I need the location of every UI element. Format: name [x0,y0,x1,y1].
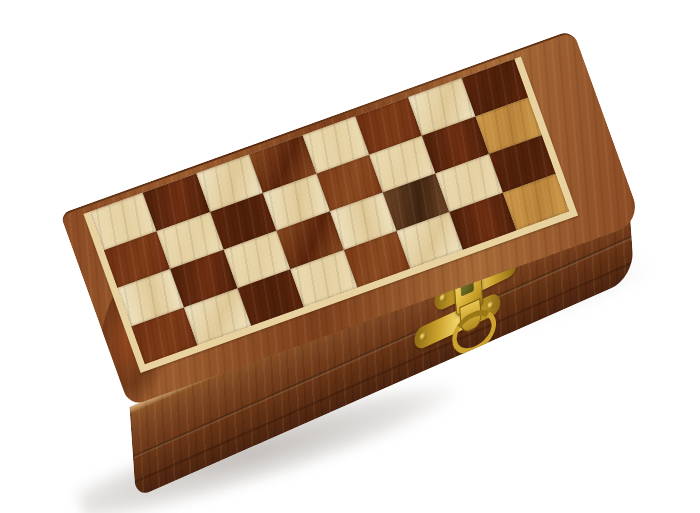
latch-screw [487,300,494,310]
latch-screw [420,331,427,341]
chess-box [60,29,573,214]
product-photo [0,0,700,513]
